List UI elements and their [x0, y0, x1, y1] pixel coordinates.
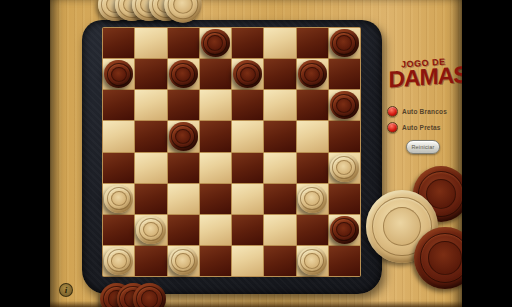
square-r1c5[interactable] [232, 28, 263, 58]
square-r3c5[interactable] [232, 90, 263, 120]
board-frame [82, 20, 382, 294]
square-r7c4[interactable] [200, 215, 231, 245]
white-piece[interactable] [104, 247, 133, 275]
dark-piece[interactable] [330, 216, 359, 244]
square-r6c4[interactable] [200, 184, 231, 214]
square-r4c4[interactable] [200, 121, 231, 151]
logo-line2: DAMAS [388, 65, 460, 90]
square-r7c2[interactable] [135, 215, 166, 245]
square-r1c7[interactable] [297, 28, 328, 58]
dark-piece[interactable] [330, 29, 359, 57]
square-r8c8[interactable] [329, 246, 360, 276]
square-r8c5[interactable] [232, 246, 263, 276]
square-r8c2[interactable] [135, 246, 166, 276]
square-r3c2[interactable] [135, 90, 166, 120]
square-r8c1[interactable] [103, 246, 134, 276]
square-r2c1[interactable] [103, 59, 134, 89]
square-r6c7[interactable] [297, 184, 328, 214]
square-r7c7[interactable] [297, 215, 328, 245]
restart-button[interactable]: Reiniciar [406, 140, 440, 154]
square-r1c6[interactable] [264, 28, 295, 58]
square-r1c8[interactable] [329, 28, 360, 58]
square-r3c1[interactable] [103, 90, 134, 120]
dark-piece[interactable] [169, 60, 198, 88]
square-r5c2[interactable] [135, 153, 166, 183]
square-r3c4[interactable] [200, 90, 231, 120]
square-r4c2[interactable] [135, 121, 166, 151]
square-r5c5[interactable] [232, 153, 263, 183]
square-r6c1[interactable] [103, 184, 134, 214]
app-screen: JOGO DE DAMAS Auto Brancos Auto Pretas R… [0, 0, 512, 307]
white-piece[interactable] [298, 185, 327, 213]
info-icon[interactable]: i [59, 283, 73, 297]
square-r8c4[interactable] [200, 246, 231, 276]
game-logo: JOGO DE DAMAS [387, 56, 461, 90]
pillarbox-right [462, 0, 512, 307]
auto-pretas-label: Auto Pretas [402, 124, 441, 131]
square-r6c2[interactable] [135, 184, 166, 214]
auto-brancos-toggle[interactable]: Auto Brancos [387, 106, 447, 117]
square-r3c6[interactable] [264, 90, 295, 120]
square-r4c1[interactable] [103, 121, 134, 151]
square-r2c5[interactable] [232, 59, 263, 89]
white-piece[interactable] [298, 247, 327, 275]
square-r2c2[interactable] [135, 59, 166, 89]
square-r2c3[interactable] [168, 59, 199, 89]
white-piece[interactable] [136, 216, 165, 244]
square-r3c3[interactable] [168, 90, 199, 120]
square-r2c6[interactable] [264, 59, 295, 89]
square-r1c1[interactable] [103, 28, 134, 58]
dark-piece[interactable] [330, 91, 359, 119]
square-r8c7[interactable] [297, 246, 328, 276]
white-piece[interactable] [169, 247, 198, 275]
square-r3c8[interactable] [329, 90, 360, 120]
dark-piece[interactable] [201, 29, 230, 57]
pillarbox-left [0, 0, 50, 307]
square-r5c7[interactable] [297, 153, 328, 183]
square-r5c8[interactable] [329, 153, 360, 183]
square-r5c4[interactable] [200, 153, 231, 183]
square-r4c6[interactable] [264, 121, 295, 151]
square-r8c6[interactable] [264, 246, 295, 276]
square-r4c7[interactable] [297, 121, 328, 151]
square-r4c8[interactable] [329, 121, 360, 151]
board-grid [102, 27, 361, 277]
captured-dark-piece [133, 283, 166, 307]
square-r1c3[interactable] [168, 28, 199, 58]
red-led-icon [387, 122, 398, 133]
square-r6c3[interactable] [168, 184, 199, 214]
red-led-icon [387, 106, 398, 117]
square-r6c6[interactable] [264, 184, 295, 214]
square-r5c3[interactable] [168, 153, 199, 183]
square-r5c6[interactable] [264, 153, 295, 183]
square-r1c2[interactable] [135, 28, 166, 58]
white-piece[interactable] [104, 185, 133, 213]
square-r7c5[interactable] [232, 215, 263, 245]
square-r3c7[interactable] [297, 90, 328, 120]
square-r6c8[interactable] [329, 184, 360, 214]
square-r4c3[interactable] [168, 121, 199, 151]
square-r1c4[interactable] [200, 28, 231, 58]
auto-pretas-toggle[interactable]: Auto Pretas [387, 122, 441, 133]
square-r7c8[interactable] [329, 215, 360, 245]
square-r6c5[interactable] [232, 184, 263, 214]
square-r8c3[interactable] [168, 246, 199, 276]
dark-piece[interactable] [298, 60, 327, 88]
dark-piece[interactable] [169, 122, 198, 150]
white-piece[interactable] [330, 154, 359, 182]
square-r2c8[interactable] [329, 59, 360, 89]
square-r4c5[interactable] [232, 121, 263, 151]
square-r5c1[interactable] [103, 153, 134, 183]
square-r7c6[interactable] [264, 215, 295, 245]
dark-piece[interactable] [233, 60, 262, 88]
dark-piece[interactable] [104, 60, 133, 88]
square-r7c3[interactable] [168, 215, 199, 245]
auto-brancos-label: Auto Brancos [402, 108, 447, 115]
square-r7c1[interactable] [103, 215, 134, 245]
square-r2c7[interactable] [297, 59, 328, 89]
square-r2c4[interactable] [200, 59, 231, 89]
